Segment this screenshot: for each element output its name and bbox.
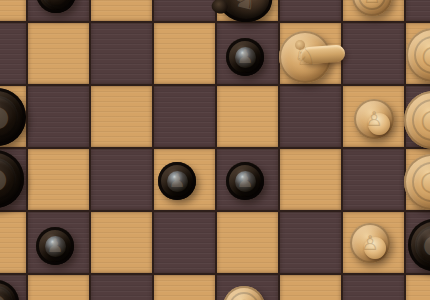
white-pawn-head xyxy=(364,237,386,259)
white-pawn[interactable]: ♙ xyxy=(354,99,394,139)
white-knight-ear xyxy=(295,40,305,50)
piece-glyph: ♞ xyxy=(230,0,260,14)
black-pawn[interactable]: ♟ xyxy=(226,38,264,76)
white-unknown-cropped[interactable]: ○ xyxy=(406,28,430,82)
black-pawn[interactable]: ♟ xyxy=(226,162,264,200)
black-pawn-head xyxy=(235,171,256,192)
black-unknown-cropped[interactable]: ● xyxy=(0,150,24,208)
piece-glyph: ♙ xyxy=(363,0,381,6)
black-knight-cropped[interactable]: ♞ xyxy=(214,0,277,27)
black-pawn-head xyxy=(235,47,256,68)
piece-glyph: ○ xyxy=(420,105,430,134)
white-unknown-cropped[interactable]: ○ xyxy=(223,286,265,300)
white-pawn-head xyxy=(368,113,390,135)
black-pawn-head xyxy=(45,236,66,257)
pieces-layer: ♟♞♙♟♘○●♙○●♟♟○♟♙●●○ xyxy=(0,0,430,300)
piece-glyph: ● xyxy=(423,231,430,257)
black-unknown-cropped[interactable]: ● xyxy=(408,219,430,271)
white-unknown-cropped[interactable]: ○ xyxy=(404,154,430,210)
white-knight-snout xyxy=(300,44,345,64)
piece-glyph: ♟ xyxy=(47,0,65,3)
piece-glyph: ● xyxy=(0,164,8,193)
white-knight[interactable]: ♘ xyxy=(279,31,331,83)
black-pawn-cropped[interactable]: ♟ xyxy=(36,0,76,13)
board-photo: ♟♞♙♟♘○●♙○●♟♟○♟♙●●○ xyxy=(0,0,430,300)
black-pawn[interactable]: ♟ xyxy=(158,162,196,200)
black-pawn-head xyxy=(167,171,188,192)
white-pawn[interactable]: ♙ xyxy=(350,223,390,263)
piece-glyph: ○ xyxy=(420,167,430,195)
piece-glyph: ● xyxy=(0,291,6,300)
black-unknown-cropped[interactable]: ● xyxy=(0,88,26,146)
black-unknown-cropped[interactable]: ● xyxy=(0,280,19,300)
white-unknown-cropped[interactable]: ○ xyxy=(404,91,430,149)
piece-glyph: ○ xyxy=(421,41,430,68)
piece-glyph: ● xyxy=(0,102,10,131)
white-pawn-cropped[interactable]: ♙ xyxy=(352,0,392,16)
black-pawn[interactable]: ♟ xyxy=(36,227,74,265)
piece-glyph: ○ xyxy=(235,296,253,300)
